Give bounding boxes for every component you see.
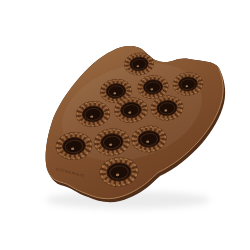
- product-photo: silikomart: [0, 0, 250, 250]
- mould-tray-illustration: silikomart: [0, 0, 250, 250]
